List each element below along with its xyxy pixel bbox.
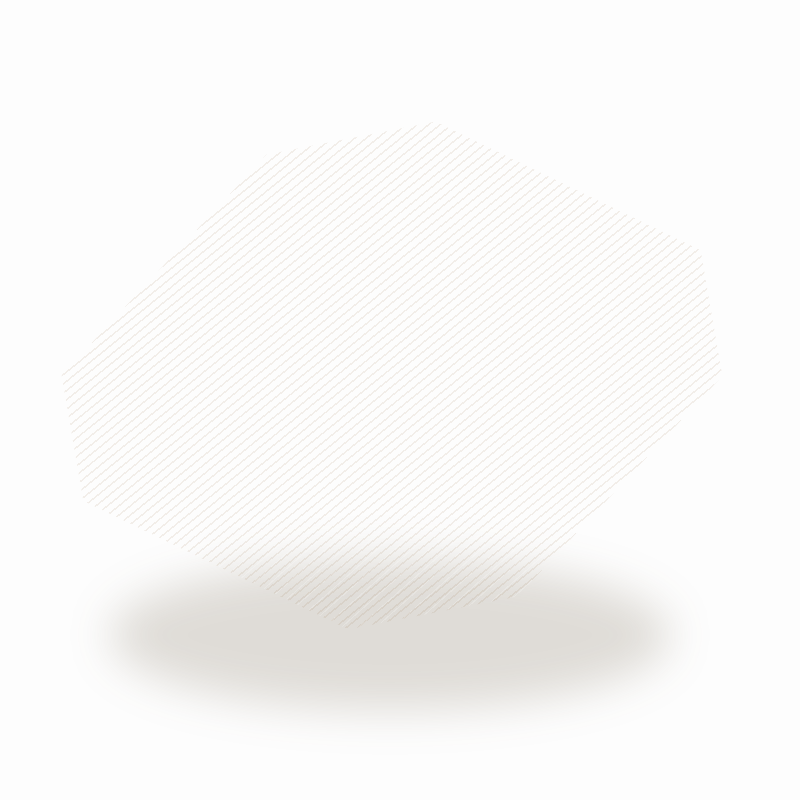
pegs-layer: [0, 0, 800, 800]
product-photo-stage: [0, 0, 800, 800]
